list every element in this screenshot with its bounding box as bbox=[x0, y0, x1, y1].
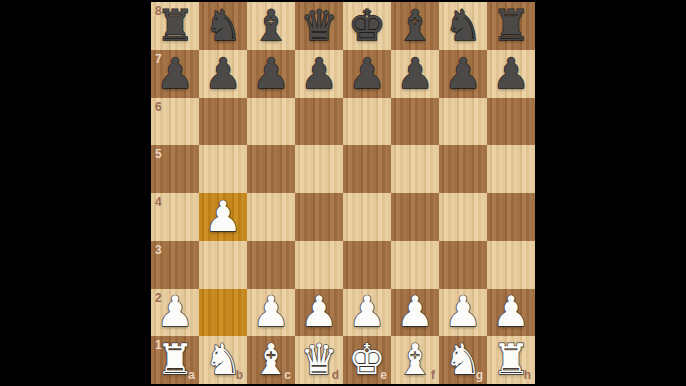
square-f5[interactable] bbox=[391, 145, 439, 193]
square-e8[interactable]: ♚ bbox=[343, 2, 391, 50]
file-label-b: b bbox=[236, 369, 243, 381]
square-c7[interactable]: ♟ bbox=[247, 50, 295, 98]
square-c5[interactable] bbox=[247, 145, 295, 193]
file-label-a: a bbox=[188, 369, 195, 381]
rank-label-7: 7 bbox=[155, 53, 162, 65]
square-g2[interactable]: ♟ bbox=[439, 289, 487, 337]
square-h6[interactable] bbox=[487, 98, 535, 146]
square-f2[interactable]: ♟ bbox=[391, 289, 439, 337]
square-d1[interactable]: d♛ bbox=[295, 336, 343, 384]
square-c1[interactable]: c♝ bbox=[247, 336, 295, 384]
file-label-g: g bbox=[476, 369, 483, 381]
square-b8[interactable]: ♞ bbox=[199, 2, 247, 50]
rank-label-5: 5 bbox=[155, 148, 162, 160]
square-h7[interactable]: ♟ bbox=[487, 50, 535, 98]
square-h2[interactable]: ♟ bbox=[487, 289, 535, 337]
piece-black-pawn[interactable]: ♟ bbox=[300, 53, 338, 95]
rank-label-2: 2 bbox=[155, 292, 162, 304]
piece-white-pawn[interactable]: ♟ bbox=[252, 291, 290, 333]
piece-black-bishop[interactable]: ♝ bbox=[252, 5, 290, 47]
chess-board: 8♜♞♝♛♚♝♞♜7♟♟♟♟♟♟♟♟654♟32♟♟♟♟♟♟♟1a♜b♞c♝d♛… bbox=[151, 2, 535, 384]
square-c6[interactable] bbox=[247, 98, 295, 146]
square-b6[interactable] bbox=[199, 98, 247, 146]
rank-label-1: 1 bbox=[155, 339, 162, 351]
square-a3[interactable]: 3 bbox=[151, 241, 199, 289]
square-b5[interactable] bbox=[199, 145, 247, 193]
piece-black-knight[interactable]: ♞ bbox=[444, 5, 482, 47]
piece-white-pawn[interactable]: ♟ bbox=[204, 196, 242, 238]
piece-white-pawn[interactable]: ♟ bbox=[492, 291, 530, 333]
letterboxed-stage: 8♜♞♝♛♚♝♞♜7♟♟♟♟♟♟♟♟654♟32♟♟♟♟♟♟♟1a♜b♞c♝d♛… bbox=[0, 0, 686, 386]
square-g6[interactable] bbox=[439, 98, 487, 146]
piece-black-queen[interactable]: ♛ bbox=[300, 5, 338, 47]
square-e1[interactable]: e♚ bbox=[343, 336, 391, 384]
square-c8[interactable]: ♝ bbox=[247, 2, 295, 50]
square-e4[interactable] bbox=[343, 193, 391, 241]
square-d8[interactable]: ♛ bbox=[295, 2, 343, 50]
file-label-d: d bbox=[332, 369, 339, 381]
piece-white-pawn[interactable]: ♟ bbox=[396, 291, 434, 333]
square-f3[interactable] bbox=[391, 241, 439, 289]
square-g4[interactable] bbox=[439, 193, 487, 241]
square-f6[interactable] bbox=[391, 98, 439, 146]
square-f8[interactable]: ♝ bbox=[391, 2, 439, 50]
rank-label-4: 4 bbox=[155, 196, 162, 208]
square-h8[interactable]: ♜ bbox=[487, 2, 535, 50]
piece-black-pawn[interactable]: ♟ bbox=[204, 53, 242, 95]
piece-black-rook[interactable]: ♜ bbox=[492, 5, 530, 47]
file-label-f: f bbox=[431, 369, 435, 381]
square-d6[interactable] bbox=[295, 98, 343, 146]
file-label-e: e bbox=[380, 369, 387, 381]
square-b3[interactable] bbox=[199, 241, 247, 289]
square-f7[interactable]: ♟ bbox=[391, 50, 439, 98]
square-b1[interactable]: b♞ bbox=[199, 336, 247, 384]
square-a6[interactable]: 6 bbox=[151, 98, 199, 146]
square-a4[interactable]: 4 bbox=[151, 193, 199, 241]
square-g7[interactable]: ♟ bbox=[439, 50, 487, 98]
piece-black-pawn[interactable]: ♟ bbox=[348, 53, 386, 95]
square-g1[interactable]: g♞ bbox=[439, 336, 487, 384]
square-h4[interactable] bbox=[487, 193, 535, 241]
piece-black-pawn[interactable]: ♟ bbox=[252, 53, 290, 95]
piece-black-king[interactable]: ♚ bbox=[348, 5, 386, 47]
square-a7[interactable]: 7♟ bbox=[151, 50, 199, 98]
square-b2[interactable] bbox=[199, 289, 247, 337]
square-c3[interactable] bbox=[247, 241, 295, 289]
square-d4[interactable] bbox=[295, 193, 343, 241]
square-d5[interactable] bbox=[295, 145, 343, 193]
square-b4[interactable]: ♟ bbox=[199, 193, 247, 241]
square-a5[interactable]: 5 bbox=[151, 145, 199, 193]
piece-black-pawn[interactable]: ♟ bbox=[492, 53, 530, 95]
square-e7[interactable]: ♟ bbox=[343, 50, 391, 98]
piece-white-pawn[interactable]: ♟ bbox=[300, 291, 338, 333]
piece-black-pawn[interactable]: ♟ bbox=[444, 53, 482, 95]
file-label-c: c bbox=[284, 369, 291, 381]
square-e6[interactable] bbox=[343, 98, 391, 146]
rank-label-8: 8 bbox=[155, 5, 162, 17]
square-c4[interactable] bbox=[247, 193, 295, 241]
square-g5[interactable] bbox=[439, 145, 487, 193]
square-d3[interactable] bbox=[295, 241, 343, 289]
square-e5[interactable] bbox=[343, 145, 391, 193]
rank-label-6: 6 bbox=[155, 101, 162, 113]
piece-black-pawn[interactable]: ♟ bbox=[396, 53, 434, 95]
square-b7[interactable]: ♟ bbox=[199, 50, 247, 98]
square-c2[interactable]: ♟ bbox=[247, 289, 295, 337]
piece-white-pawn[interactable]: ♟ bbox=[348, 291, 386, 333]
square-h3[interactable] bbox=[487, 241, 535, 289]
square-g8[interactable]: ♞ bbox=[439, 2, 487, 50]
square-a2[interactable]: 2♟ bbox=[151, 289, 199, 337]
square-a1[interactable]: 1a♜ bbox=[151, 336, 199, 384]
square-f1[interactable]: f♝ bbox=[391, 336, 439, 384]
piece-white-bishop[interactable]: ♝ bbox=[396, 339, 434, 381]
file-label-h: h bbox=[524, 369, 531, 381]
square-d7[interactable]: ♟ bbox=[295, 50, 343, 98]
piece-white-pawn[interactable]: ♟ bbox=[444, 291, 482, 333]
piece-black-knight[interactable]: ♞ bbox=[204, 5, 242, 47]
square-e2[interactable]: ♟ bbox=[343, 289, 391, 337]
square-d2[interactable]: ♟ bbox=[295, 289, 343, 337]
square-h5[interactable] bbox=[487, 145, 535, 193]
square-f4[interactable] bbox=[391, 193, 439, 241]
square-a8[interactable]: 8♜ bbox=[151, 2, 199, 50]
square-h1[interactable]: h♜ bbox=[487, 336, 535, 384]
rank-label-3: 3 bbox=[155, 244, 162, 256]
piece-black-bishop[interactable]: ♝ bbox=[396, 5, 434, 47]
square-e3[interactable] bbox=[343, 241, 391, 289]
square-g3[interactable] bbox=[439, 241, 487, 289]
